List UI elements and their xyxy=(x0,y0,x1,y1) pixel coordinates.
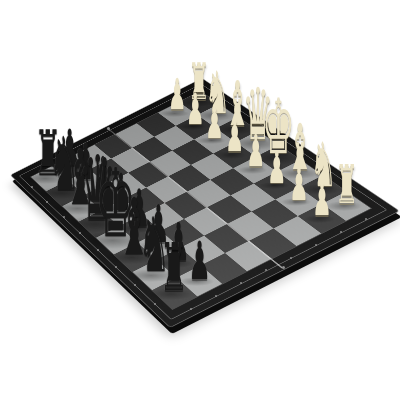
piece-white-pawn-f2[interactable]: ♟ xyxy=(266,146,287,191)
piece-black-rook-h8[interactable]: ♜ xyxy=(158,235,190,301)
piece-white-pawn-e2[interactable]: ♟ xyxy=(245,130,266,174)
chess-set-photo: ♜♞♝♛♚♝♞♜♟♟♟♟♟♟♟♟♟♟♟♟♟♟♟♟♜♞♝♛♚♝♞♜ xyxy=(0,0,400,400)
piece-black-pawn-h7[interactable]: ♟ xyxy=(186,234,211,287)
frame-marking-dot xyxy=(290,257,292,259)
piece-white-pawn-g2[interactable]: ♟ xyxy=(288,162,310,207)
frame-marking-dot xyxy=(215,295,217,297)
piece-white-pawn-b2[interactable]: ♟ xyxy=(185,88,206,131)
piece-white-pawn-d2[interactable]: ♟ xyxy=(224,116,245,160)
frame-marking-dot xyxy=(31,186,33,188)
frame-marking-dot xyxy=(190,308,192,310)
piece-white-rook-h1[interactable]: ♜ xyxy=(334,158,360,211)
piece-white-pawn-c2[interactable]: ♟ xyxy=(204,102,225,146)
hinge-dot xyxy=(107,127,110,130)
piece-white-pawn-h2[interactable]: ♟ xyxy=(312,178,334,223)
